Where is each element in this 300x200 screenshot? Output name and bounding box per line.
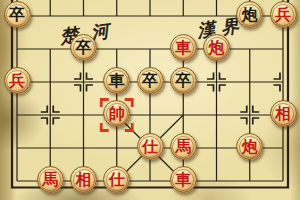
- piece-glyph: 帥: [109, 105, 125, 121]
- piece-black-soldier[interactable]: 卒: [70, 34, 97, 61]
- piece-red-cannon[interactable]: 炮: [203, 34, 230, 61]
- piece-glyph: 炮: [242, 6, 258, 22]
- piece-glyph: 仕: [142, 138, 158, 154]
- piece-black-soldier[interactable]: 卒: [4, 1, 31, 28]
- piece-glyph: 相: [275, 105, 291, 121]
- piece-glyph: 馬: [42, 171, 58, 187]
- piece-red-horse[interactable]: 馬: [37, 166, 64, 193]
- piece-glyph: 卒: [76, 39, 92, 55]
- xiangqi-board: 楚河 漢界 卒炮兵卒車炮兵車卒卒帥相仕馬炮馬相仕車: [0, 0, 300, 200]
- piece-red-horse[interactable]: 馬: [170, 133, 197, 160]
- piece-red-elephant[interactable]: 相: [70, 166, 97, 193]
- piece-glyph: 車: [175, 171, 191, 187]
- piece-black-soldier[interactable]: 卒: [137, 67, 164, 94]
- piece-black-soldier[interactable]: 卒: [170, 67, 197, 94]
- piece-glyph: 卒: [142, 72, 158, 88]
- piece-glyph: 卒: [9, 6, 25, 22]
- piece-glyph: 兵: [9, 72, 25, 88]
- piece-glyph: 仕: [109, 171, 125, 187]
- piece-glyph: 車: [175, 39, 191, 55]
- piece-glyph: 相: [76, 171, 92, 187]
- piece-red-elephant[interactable]: 相: [270, 100, 297, 127]
- piece-red-chariot[interactable]: 車: [170, 166, 197, 193]
- piece-red-soldier[interactable]: 兵: [4, 67, 31, 94]
- piece-glyph: 炮: [242, 138, 258, 154]
- piece-glyph: 馬: [175, 138, 191, 154]
- piece-red-advisor[interactable]: 仕: [137, 133, 164, 160]
- piece-glyph: 卒: [175, 72, 191, 88]
- piece-red-soldier[interactable]: 兵: [270, 1, 297, 28]
- piece-glyph: 兵: [275, 6, 291, 22]
- piece-red-chariot[interactable]: 車: [170, 34, 197, 61]
- piece-glyph: 炮: [209, 39, 225, 55]
- piece-glyph: 車: [109, 72, 125, 88]
